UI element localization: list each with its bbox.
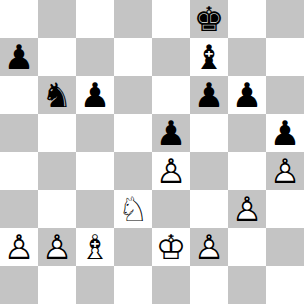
square-c3[interactable] <box>76 190 114 228</box>
white-pawn-icon: ♙ <box>228 190 266 228</box>
square-f8[interactable]: ♚ <box>190 0 228 38</box>
square-h3[interactable] <box>266 190 304 228</box>
square-a6[interactable] <box>0 76 38 114</box>
white-pawn-icon: ♙ <box>266 152 304 190</box>
black-pawn-icon: ♟ <box>76 76 114 114</box>
square-e3[interactable] <box>152 190 190 228</box>
square-f1[interactable] <box>190 266 228 304</box>
black-king-icon: ♚ <box>190 0 228 38</box>
white-knight-icon: ♘ <box>114 190 152 228</box>
white-bishop-fill: ♝ <box>76 228 114 266</box>
white-pawn-icon: ♙ <box>38 228 76 266</box>
square-f7[interactable]: ♝ <box>190 38 228 76</box>
square-c7[interactable] <box>76 38 114 76</box>
square-d5[interactable] <box>114 114 152 152</box>
white-pawn-icon: ♙ <box>190 228 228 266</box>
white-pawn-icon: ♙ <box>152 152 190 190</box>
square-c2[interactable]: ♝♗ <box>76 228 114 266</box>
white-pawn-fill: ♟ <box>152 152 190 190</box>
black-pawn-icon: ♟ <box>152 114 190 152</box>
square-d6[interactable] <box>114 76 152 114</box>
square-a3[interactable] <box>0 190 38 228</box>
square-h6[interactable] <box>266 76 304 114</box>
square-a7[interactable]: ♟ <box>0 38 38 76</box>
square-e6[interactable] <box>152 76 190 114</box>
square-h7[interactable] <box>266 38 304 76</box>
square-h8[interactable] <box>266 0 304 38</box>
white-pawn-icon: ♙ <box>0 228 38 266</box>
white-pawn-fill: ♟ <box>190 228 228 266</box>
square-g7[interactable] <box>228 38 266 76</box>
square-h2[interactable] <box>266 228 304 266</box>
square-g8[interactable] <box>228 0 266 38</box>
white-pawn-fill: ♟ <box>38 228 76 266</box>
square-g6[interactable]: ♟ <box>228 76 266 114</box>
square-d1[interactable] <box>114 266 152 304</box>
square-c4[interactable] <box>76 152 114 190</box>
square-e1[interactable] <box>152 266 190 304</box>
square-c1[interactable] <box>76 266 114 304</box>
square-c8[interactable] <box>76 0 114 38</box>
white-king-fill: ♚ <box>152 228 190 266</box>
white-pawn-fill: ♟ <box>228 190 266 228</box>
square-h4[interactable]: ♟♙ <box>266 152 304 190</box>
square-e8[interactable] <box>152 0 190 38</box>
square-e7[interactable] <box>152 38 190 76</box>
square-e2[interactable]: ♚♔ <box>152 228 190 266</box>
square-b7[interactable] <box>38 38 76 76</box>
square-b1[interactable] <box>38 266 76 304</box>
black-pawn-icon: ♟ <box>228 76 266 114</box>
square-f5[interactable] <box>190 114 228 152</box>
white-pawn-fill: ♟ <box>0 228 38 266</box>
square-a5[interactable] <box>0 114 38 152</box>
white-king-icon: ♔ <box>152 228 190 266</box>
square-d2[interactable] <box>114 228 152 266</box>
square-b4[interactable] <box>38 152 76 190</box>
square-b5[interactable] <box>38 114 76 152</box>
square-a8[interactable] <box>0 0 38 38</box>
square-c6[interactable]: ♟ <box>76 76 114 114</box>
black-bishop-icon: ♝ <box>190 38 228 76</box>
square-f4[interactable] <box>190 152 228 190</box>
black-pawn-icon: ♟ <box>0 38 38 76</box>
square-e4[interactable]: ♟♙ <box>152 152 190 190</box>
square-g5[interactable] <box>228 114 266 152</box>
black-pawn-icon: ♟ <box>190 76 228 114</box>
square-h5[interactable]: ♟ <box>266 114 304 152</box>
square-b3[interactable] <box>38 190 76 228</box>
square-b2[interactable]: ♟♙ <box>38 228 76 266</box>
square-a2[interactable]: ♟♙ <box>0 228 38 266</box>
white-bishop-icon: ♗ <box>76 228 114 266</box>
square-b6[interactable]: ♞ <box>38 76 76 114</box>
square-g4[interactable] <box>228 152 266 190</box>
square-f2[interactable]: ♟♙ <box>190 228 228 266</box>
black-pawn-icon: ♟ <box>266 114 304 152</box>
white-knight-fill: ♞ <box>114 190 152 228</box>
square-g1[interactable] <box>228 266 266 304</box>
square-b8[interactable] <box>38 0 76 38</box>
square-d8[interactable] <box>114 0 152 38</box>
square-c5[interactable] <box>76 114 114 152</box>
square-d4[interactable] <box>114 152 152 190</box>
square-e5[interactable]: ♟ <box>152 114 190 152</box>
square-g2[interactable] <box>228 228 266 266</box>
square-g3[interactable]: ♟♙ <box>228 190 266 228</box>
square-f3[interactable] <box>190 190 228 228</box>
square-d3[interactable]: ♞♘ <box>114 190 152 228</box>
square-h1[interactable] <box>266 266 304 304</box>
white-pawn-fill: ♟ <box>266 152 304 190</box>
square-f6[interactable]: ♟ <box>190 76 228 114</box>
square-a4[interactable] <box>0 152 38 190</box>
square-d7[interactable] <box>114 38 152 76</box>
chess-board: ♚♟♝♞♟♟♟♟♟♟♙♟♙♞♘♟♙♟♙♟♙♝♗♚♔♟♙ <box>0 0 304 304</box>
black-knight-icon: ♞ <box>38 76 76 114</box>
square-a1[interactable] <box>0 266 38 304</box>
